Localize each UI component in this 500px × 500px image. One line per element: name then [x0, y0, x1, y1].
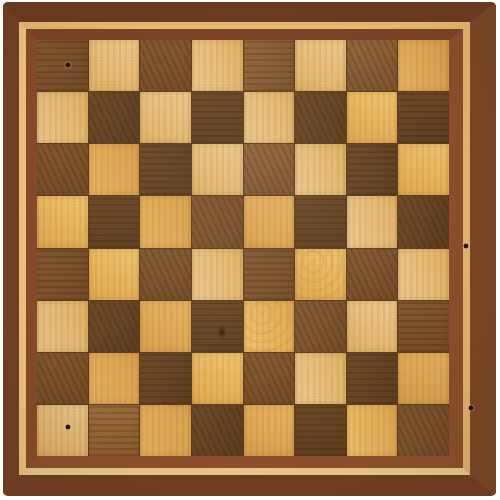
wood-knot — [217, 324, 227, 340]
square-d2 — [192, 353, 243, 404]
square-d6 — [192, 144, 243, 195]
square-h5 — [398, 196, 449, 247]
square-g1 — [347, 405, 398, 456]
chessboard-grid — [37, 40, 449, 456]
square-e5 — [244, 196, 295, 247]
nail-hole — [464, 244, 469, 249]
square-b2 — [89, 353, 140, 404]
square-f7 — [295, 92, 346, 143]
square-c6 — [140, 144, 191, 195]
board-outer-frame — [3, 2, 496, 496]
square-f4 — [295, 249, 346, 300]
square-b7 — [89, 92, 140, 143]
square-e2 — [244, 353, 295, 404]
empty-chessboard-photo — [0, 0, 500, 500]
board-inner-frame — [26, 29, 463, 468]
frame-inlay-stripe — [19, 22, 470, 475]
square-a1 — [37, 405, 88, 456]
square-e8 — [244, 40, 295, 91]
square-a4 — [37, 249, 88, 300]
square-g5 — [347, 196, 398, 247]
square-f8 — [295, 40, 346, 91]
square-e1 — [244, 405, 295, 456]
square-h7 — [398, 92, 449, 143]
square-c7 — [140, 92, 191, 143]
square-b4 — [89, 249, 140, 300]
square-c2 — [140, 353, 191, 404]
square-g4 — [347, 249, 398, 300]
square-c5 — [140, 196, 191, 247]
square-e4 — [244, 249, 295, 300]
square-e7 — [244, 92, 295, 143]
square-g7 — [347, 92, 398, 143]
square-g3 — [347, 301, 398, 352]
square-a8 — [37, 40, 88, 91]
square-f1 — [295, 405, 346, 456]
square-b6 — [89, 144, 140, 195]
square-b8 — [89, 40, 140, 91]
square-a2 — [37, 353, 88, 404]
square-f2 — [295, 353, 346, 404]
square-c1 — [140, 405, 191, 456]
square-h1 — [398, 405, 449, 456]
square-g8 — [347, 40, 398, 91]
square-f3 — [295, 301, 346, 352]
square-d1 — [192, 405, 243, 456]
square-g2 — [347, 353, 398, 404]
square-b3 — [89, 301, 140, 352]
square-c8 — [140, 40, 191, 91]
square-a5 — [37, 196, 88, 247]
square-f6 — [295, 144, 346, 195]
board-photo — [3, 2, 496, 496]
nail-hole — [66, 63, 71, 68]
square-a3 — [37, 301, 88, 352]
square-d7 — [192, 92, 243, 143]
square-b5 — [89, 196, 140, 247]
square-e3 — [244, 301, 295, 352]
square-a6 — [37, 144, 88, 195]
square-f5 — [295, 196, 346, 247]
square-h4 — [398, 249, 449, 300]
square-h3 — [398, 301, 449, 352]
square-c3 — [140, 301, 191, 352]
square-d4 — [192, 249, 243, 300]
square-g6 — [347, 144, 398, 195]
square-h2 — [398, 353, 449, 404]
square-h6 — [398, 144, 449, 195]
square-d8 — [192, 40, 243, 91]
square-a7 — [37, 92, 88, 143]
square-b1 — [89, 405, 140, 456]
nail-hole — [66, 425, 71, 430]
square-d5 — [192, 196, 243, 247]
square-h8 — [398, 40, 449, 91]
square-c4 — [140, 249, 191, 300]
square-e6 — [244, 144, 295, 195]
nail-hole — [469, 406, 474, 411]
